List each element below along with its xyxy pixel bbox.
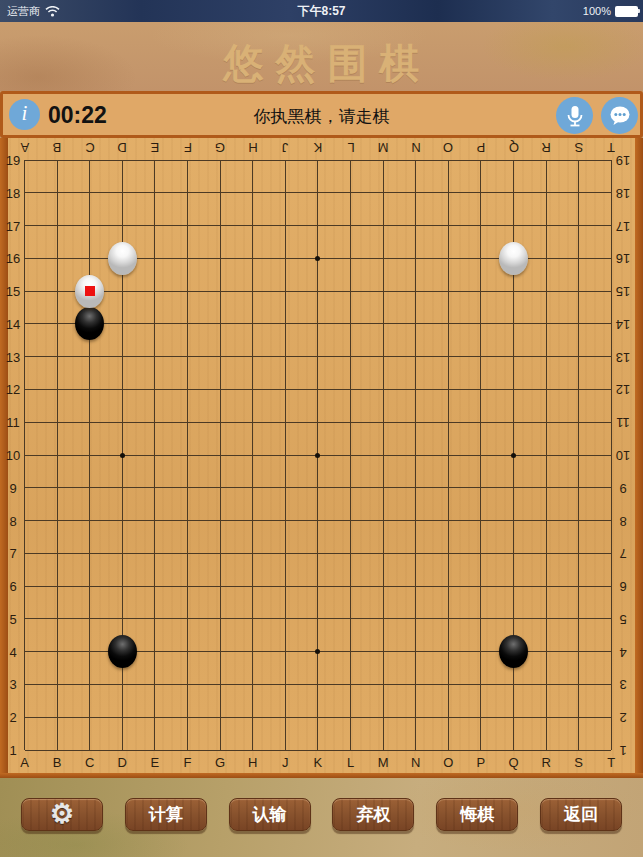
go-board-area: AA1919BB1818CC1717DD1616EE1515FF1414GG13…	[0, 138, 643, 778]
grid-line-horizontal	[25, 520, 612, 521]
row-label-right: 7	[612, 546, 634, 561]
star-point	[120, 453, 125, 458]
column-label-top: H	[243, 140, 263, 155]
column-label-bottom: R	[536, 755, 556, 770]
column-label-bottom: S	[569, 755, 589, 770]
app-title: 悠然围棋	[0, 36, 643, 91]
row-label-left: 19	[3, 153, 23, 168]
column-label-top: K	[308, 140, 328, 155]
title-band: 悠然围棋	[0, 22, 643, 91]
column-label-bottom: O	[438, 755, 458, 770]
last-move-marker	[85, 286, 95, 296]
row-label-right: 1	[612, 743, 634, 758]
chat-button[interactable]	[601, 97, 638, 134]
bottom-toolbar: ⚙ 计算 认输 弃权 悔棋 返回	[0, 778, 643, 857]
row-label-right: 13	[612, 350, 634, 365]
row-label-right: 14	[612, 317, 634, 332]
row-label-right: 19	[612, 153, 634, 168]
row-label-right: 6	[612, 579, 634, 594]
clock-label: 下午8:57	[0, 3, 643, 20]
grid-line-horizontal	[25, 553, 612, 554]
row-label-left: 2	[3, 710, 23, 725]
column-label-bottom: Q	[504, 755, 524, 770]
column-label-top: D	[112, 140, 132, 155]
column-label-top: Q	[504, 140, 524, 155]
row-label-right: 3	[612, 677, 634, 692]
star-point	[315, 453, 320, 458]
grid-line-vertical	[350, 160, 351, 750]
resign-button[interactable]: 认输	[229, 798, 311, 831]
column-label-bottom: J	[275, 755, 295, 770]
row-label-left: 1	[3, 743, 23, 758]
row-label-left: 15	[3, 284, 23, 299]
row-label-right: 8	[612, 514, 634, 529]
row-label-left: 6	[3, 579, 23, 594]
grid-line-horizontal	[25, 750, 612, 751]
column-label-bottom: K	[308, 755, 328, 770]
column-label-bottom: H	[243, 755, 263, 770]
column-label-top: T	[601, 140, 621, 155]
row-label-left: 17	[3, 219, 23, 234]
column-label-top: E	[145, 140, 165, 155]
stone-white-Q16	[499, 242, 528, 275]
row-label-left: 3	[3, 677, 23, 692]
row-label-right: 17	[612, 219, 634, 234]
star-point	[315, 649, 320, 654]
row-label-left: 9	[3, 481, 23, 496]
grid-line-vertical	[480, 160, 481, 750]
column-label-top: B	[47, 140, 67, 155]
column-label-top: L	[341, 140, 361, 155]
column-label-bottom: N	[406, 755, 426, 770]
star-point	[315, 256, 320, 261]
row-label-right: 15	[612, 284, 634, 299]
row-label-right: 16	[612, 251, 634, 266]
row-label-left: 18	[3, 186, 23, 201]
back-button[interactable]: 返回	[540, 798, 622, 831]
pass-button[interactable]: 弃权	[332, 798, 414, 831]
settings-button[interactable]: ⚙	[21, 798, 103, 831]
grid-line-vertical	[415, 160, 416, 750]
row-label-left: 16	[3, 251, 23, 266]
go-board[interactable]: AA1919BB1818CC1717DD1616EE1515FF1414GG13…	[0, 138, 643, 778]
row-label-left: 11	[3, 415, 23, 430]
column-label-bottom: D	[112, 755, 132, 770]
row-label-left: 5	[3, 612, 23, 627]
column-label-bottom: E	[145, 755, 165, 770]
column-label-top: N	[406, 140, 426, 155]
grid-line-horizontal	[25, 717, 612, 718]
row-label-left: 14	[3, 317, 23, 332]
row-label-right: 11	[612, 415, 634, 430]
row-label-left: 12	[3, 382, 23, 397]
grid-line-vertical	[383, 160, 384, 750]
gear-icon: ⚙	[50, 801, 74, 828]
grid-line-horizontal	[25, 586, 612, 587]
grid-line-vertical	[448, 160, 449, 750]
column-label-top: F	[178, 140, 198, 155]
column-label-top: J	[275, 140, 295, 155]
row-label-left: 4	[3, 645, 23, 660]
undo-button[interactable]: 悔棋	[436, 798, 518, 831]
row-label-right: 18	[612, 186, 634, 201]
stone-white-D16	[108, 242, 137, 275]
grid-line-vertical	[578, 160, 579, 750]
microphone-icon	[564, 104, 586, 128]
column-label-top: R	[536, 140, 556, 155]
column-label-bottom: C	[80, 755, 100, 770]
row-label-left: 13	[3, 350, 23, 365]
stone-white-C15	[75, 275, 104, 308]
grid-line-horizontal	[25, 487, 612, 488]
column-label-top: S	[569, 140, 589, 155]
grid-line-horizontal	[25, 684, 612, 685]
battery-percent-label: 100%	[583, 5, 611, 17]
chat-bubble-icon	[608, 105, 632, 127]
turn-message: 你执黑棋，请走棋	[3, 105, 640, 128]
info-bar: i 00:22 你执黑棋，请走棋	[0, 91, 643, 138]
row-label-left: 7	[3, 546, 23, 561]
column-label-top: G	[210, 140, 230, 155]
row-label-right: 12	[612, 382, 634, 397]
column-label-top: M	[373, 140, 393, 155]
row-label-left: 10	[3, 448, 23, 463]
column-label-top: C	[80, 140, 100, 155]
column-label-bottom: G	[210, 755, 230, 770]
row-label-left: 8	[3, 514, 23, 529]
column-label-bottom: B	[47, 755, 67, 770]
column-label-bottom: P	[471, 755, 491, 770]
battery-icon	[615, 6, 638, 17]
stone-black-D4	[108, 635, 137, 668]
row-label-right: 9	[612, 481, 634, 496]
count-button[interactable]: 计算	[125, 798, 207, 831]
stone-black-Q4	[499, 635, 528, 668]
grid-line-vertical	[611, 160, 612, 750]
star-point	[511, 453, 516, 458]
column-label-bottom: L	[341, 755, 361, 770]
grid-line-horizontal	[25, 618, 612, 619]
column-label-bottom: M	[373, 755, 393, 770]
row-label-right: 4	[612, 645, 634, 660]
row-label-right: 10	[612, 448, 634, 463]
stone-black-C14	[75, 307, 104, 340]
app-screen: 运营商 下午8:57 100% 悠然围棋 i 00:22 你执黑棋，请走棋	[0, 0, 643, 857]
grid-line-vertical	[546, 160, 547, 750]
row-label-right: 5	[612, 612, 634, 627]
status-bar: 运营商 下午8:57 100%	[0, 0, 643, 22]
column-label-top: P	[471, 140, 491, 155]
column-label-top: O	[438, 140, 458, 155]
row-label-right: 2	[612, 710, 634, 725]
microphone-button[interactable]	[556, 97, 593, 134]
column-label-bottom: F	[178, 755, 198, 770]
